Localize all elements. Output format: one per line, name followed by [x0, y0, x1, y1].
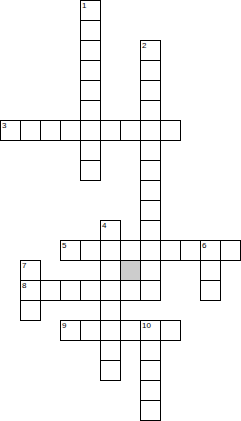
crossword-cell[interactable] — [140, 380, 161, 401]
crossword-cell[interactable] — [80, 20, 101, 41]
crossword-cell[interactable] — [100, 340, 121, 361]
crossword-cell[interactable] — [140, 200, 161, 221]
clue-number-9: 9 — [62, 322, 66, 330]
crossword-cell[interactable] — [100, 300, 121, 321]
crossword-cell[interactable] — [80, 320, 101, 341]
crossword-cell[interactable] — [140, 260, 161, 281]
crossword-cell[interactable] — [140, 220, 161, 241]
crossword-cell[interactable] — [140, 160, 161, 181]
crossword-cell[interactable] — [160, 120, 181, 141]
clue-number-10: 10 — [142, 322, 151, 330]
clue-number-7: 7 — [22, 262, 26, 270]
crossword-cell[interactable] — [140, 360, 161, 381]
crossword-cell[interactable] — [140, 80, 161, 101]
crossword-cell[interactable] — [80, 280, 101, 301]
crossword-cell[interactable] — [140, 400, 161, 421]
crossword-cell[interactable] — [100, 280, 121, 301]
crossword-grid: 12345678910 — [0, 0, 241, 421]
crossword-cell[interactable] — [120, 320, 141, 341]
crossword-cell[interactable] — [140, 280, 161, 301]
crossword-cell[interactable] — [220, 240, 241, 261]
crossword-cell[interactable] — [80, 80, 101, 101]
crossword-cell[interactable] — [40, 120, 61, 141]
crossword-cell[interactable] — [140, 120, 161, 141]
crossword-cell[interactable] — [200, 260, 221, 281]
crossword-cell[interactable] — [120, 240, 141, 261]
crossword-cell[interactable] — [80, 60, 101, 81]
crossword-cell[interactable] — [100, 260, 121, 281]
crossword-cell[interactable] — [200, 280, 221, 301]
crossword-cell[interactable] — [120, 120, 141, 141]
crossword-cell[interactable] — [100, 120, 121, 141]
crossword-cell[interactable] — [140, 140, 161, 161]
crossword-cell[interactable] — [120, 280, 141, 301]
crossword-cell[interactable] — [20, 120, 41, 141]
clue-number-3: 3 — [2, 122, 6, 130]
clue-number-5: 5 — [62, 242, 66, 250]
crossword-cell[interactable] — [80, 40, 101, 61]
crossword-cell[interactable] — [60, 120, 81, 141]
clue-number-8: 8 — [22, 282, 26, 290]
crossword-cell[interactable] — [140, 60, 161, 81]
crossword-cell[interactable] — [100, 240, 121, 261]
crossword-cell[interactable] — [140, 340, 161, 361]
crossword-cell[interactable] — [160, 320, 181, 341]
clue-number-1: 1 — [82, 2, 86, 10]
clue-number-6: 6 — [202, 242, 206, 250]
crossword-cell[interactable] — [140, 240, 161, 261]
crossword-cell[interactable] — [100, 360, 121, 381]
crossword-cell-shaded[interactable] — [120, 260, 141, 281]
crossword-cell[interactable] — [80, 100, 101, 121]
crossword-cell[interactable] — [80, 120, 101, 141]
crossword-cell[interactable] — [140, 180, 161, 201]
crossword-cell[interactable] — [140, 100, 161, 121]
crossword-cell[interactable] — [80, 160, 101, 181]
crossword-cell[interactable] — [80, 240, 101, 261]
crossword-cell[interactable] — [100, 320, 121, 341]
clue-number-4: 4 — [102, 222, 106, 230]
crossword-cell[interactable] — [20, 300, 41, 321]
crossword-cell[interactable] — [60, 280, 81, 301]
clue-number-2: 2 — [142, 42, 146, 50]
crossword-cell[interactable] — [160, 240, 181, 261]
crossword-cell[interactable] — [80, 140, 101, 161]
crossword-cell[interactable] — [40, 280, 61, 301]
crossword-cell[interactable] — [180, 240, 201, 261]
